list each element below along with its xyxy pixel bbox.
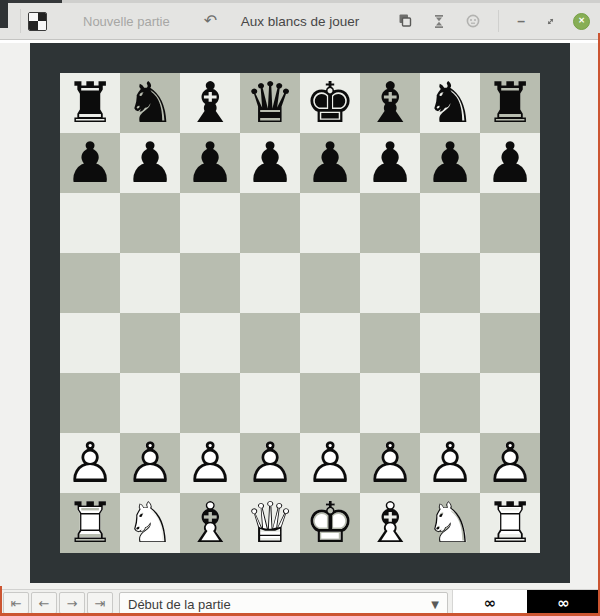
square-f1[interactable]: ♝♗ (360, 493, 420, 553)
square-c3[interactable] (180, 373, 240, 433)
square-g2[interactable]: ♟♙ (420, 433, 480, 493)
square-f8[interactable]: ♝ (360, 73, 420, 133)
square-b4[interactable] (120, 313, 180, 373)
square-d7[interactable]: ♟ (240, 133, 300, 193)
square-h6[interactable] (480, 193, 540, 253)
square-a4[interactable] (60, 313, 120, 373)
titlebar: Nouvelle partie ↶ Aux blancs de jouer (0, 3, 600, 40)
square-h5[interactable] (480, 253, 540, 313)
square-c7[interactable]: ♟ (180, 133, 240, 193)
square-a2[interactable]: ♟♙ (60, 433, 120, 493)
square-f6[interactable] (360, 193, 420, 253)
square-f3[interactable] (360, 373, 420, 433)
black-pawn[interactable]: ♟ (240, 133, 300, 193)
new-game-button[interactable]: Nouvelle partie (81, 10, 172, 33)
square-h4[interactable] (480, 313, 540, 373)
square-a6[interactable] (60, 193, 120, 253)
square-d1[interactable]: ♛♕ (240, 493, 300, 553)
next-move-button[interactable]: → (59, 592, 85, 614)
black-pawn[interactable]: ♟ (120, 133, 180, 193)
square-a8[interactable]: ♜ (60, 73, 120, 133)
square-h2[interactable]: ♟♙ (480, 433, 540, 493)
chess-board[interactable]: ♜♞♝♛♚♝♞♜♟♟♟♟♟♟♟♟♟♙♟♙♟♙♟♙♟♙♟♙♟♙♟♙♜♖♞♘♝♗♛♕… (60, 73, 540, 553)
white-bishop[interactable]: ♗ (360, 493, 420, 553)
duplicate-window-icon[interactable] (395, 11, 415, 31)
black-king[interactable]: ♚ (300, 73, 360, 133)
black-pawn[interactable]: ♟ (360, 133, 420, 193)
app-checkerboard-icon (28, 12, 47, 31)
restore-button[interactable] (543, 14, 558, 29)
white-bishop[interactable]: ♗ (180, 493, 240, 553)
square-g6[interactable] (420, 193, 480, 253)
minimize-button[interactable]: – (514, 12, 528, 30)
hourglass-glyph (432, 14, 446, 29)
square-h3[interactable] (480, 373, 540, 433)
white-pawn[interactable]: ♙ (240, 433, 300, 493)
white-pawn[interactable]: ♙ (480, 433, 540, 493)
square-e4[interactable] (300, 313, 360, 373)
square-b2[interactable]: ♟♙ (120, 433, 180, 493)
board-frame: ♜♞♝♛♚♝♞♜♟♟♟♟♟♟♟♟♟♙♟♙♟♙♟♙♟♙♟♙♟♙♟♙♜♖♞♘♝♗♛♕… (30, 43, 570, 583)
first-move-button[interactable]: ⇤ (3, 592, 29, 614)
square-e5[interactable] (300, 253, 360, 313)
white-king[interactable]: ♔ (300, 493, 360, 553)
square-c1[interactable]: ♝♗ (180, 493, 240, 553)
square-b8[interactable]: ♞ (120, 73, 180, 133)
square-d4[interactable] (240, 313, 300, 373)
history-bar: ⇤ ← → ⇥ Début de la partie ▼ ∞ ∞ (0, 589, 600, 616)
square-h8[interactable]: ♜ (480, 73, 540, 133)
duplicate-window-glyph (397, 13, 413, 29)
background-window-fragment-left (0, 0, 8, 28)
black-pawn[interactable]: ♟ (420, 133, 480, 193)
face-glyph (465, 13, 481, 29)
square-c8[interactable]: ♝ (180, 73, 240, 133)
move-history-selected: Début de la partie (128, 597, 231, 612)
square-e2[interactable]: ♟♙ (300, 433, 360, 493)
square-e8[interactable]: ♚ (300, 73, 360, 133)
square-d2[interactable]: ♟♙ (240, 433, 300, 493)
square-h1[interactable]: ♜♖ (480, 493, 540, 553)
restore-glyph (545, 16, 556, 27)
window-controls-separator (498, 10, 499, 32)
square-c5[interactable] (180, 253, 240, 313)
titlebar-right-controls: – ✕ (395, 10, 590, 32)
black-pawn[interactable]: ♟ (480, 133, 540, 193)
square-g3[interactable] (420, 373, 480, 433)
white-rook[interactable]: ♖ (480, 493, 540, 553)
square-e1[interactable]: ♚♔ (300, 493, 360, 553)
previous-move-button[interactable]: ← (31, 592, 57, 614)
square-g1[interactable]: ♞♘ (420, 493, 480, 553)
square-g7[interactable]: ♟ (420, 133, 480, 193)
square-c6[interactable] (180, 193, 240, 253)
white-pawn[interactable]: ♙ (360, 433, 420, 493)
square-g5[interactable] (420, 253, 480, 313)
square-g8[interactable]: ♞ (420, 73, 480, 133)
black-rook[interactable]: ♜ (60, 73, 120, 133)
undo-move-icon[interactable]: ↶ (202, 11, 219, 31)
black-pawn[interactable]: ♟ (60, 133, 120, 193)
last-move-button[interactable]: ⇥ (87, 592, 113, 614)
square-a1[interactable]: ♜♖ (60, 493, 120, 553)
hourglass-timer-icon[interactable] (430, 12, 448, 31)
window-border-left (0, 586, 2, 616)
white-knight[interactable]: ♘ (420, 493, 480, 553)
square-b6[interactable] (120, 193, 180, 253)
square-a3[interactable] (60, 373, 120, 433)
square-e3[interactable] (300, 373, 360, 433)
square-f7[interactable]: ♟ (360, 133, 420, 193)
black-rook[interactable]: ♜ (480, 73, 540, 133)
white-pawn[interactable]: ♙ (420, 433, 480, 493)
white-queen[interactable]: ♕ (240, 493, 300, 553)
square-c2[interactable]: ♟♙ (180, 433, 240, 493)
titlebar-separator (20, 9, 21, 33)
face-icon[interactable] (463, 11, 483, 31)
square-b3[interactable] (120, 373, 180, 433)
white-knight[interactable]: ♘ (120, 493, 180, 553)
square-b1[interactable]: ♞♘ (120, 493, 180, 553)
square-a5[interactable] (60, 253, 120, 313)
white-pawn[interactable]: ♙ (60, 433, 120, 493)
close-button[interactable]: ✕ (573, 13, 590, 30)
square-a7[interactable]: ♟ (60, 133, 120, 193)
square-d5[interactable] (240, 253, 300, 313)
white-pawn[interactable]: ♙ (180, 433, 240, 493)
white-rook[interactable]: ♖ (60, 493, 120, 553)
white-pawn[interactable]: ♙ (300, 433, 360, 493)
square-d6[interactable] (240, 193, 300, 253)
white-pawn[interactable]: ♙ (120, 433, 180, 493)
black-knight[interactable]: ♞ (420, 73, 480, 133)
square-e6[interactable] (300, 193, 360, 253)
square-f4[interactable] (360, 313, 420, 373)
chess-app-window: Nouvelle partie ↶ Aux blancs de jouer (0, 0, 600, 616)
dropdown-arrow-icon: ▼ (431, 599, 439, 610)
black-bishop[interactable]: ♝ (360, 73, 420, 133)
square-d8[interactable]: ♛ (240, 73, 300, 133)
square-c4[interactable] (180, 313, 240, 373)
black-queen[interactable]: ♛ (240, 73, 300, 133)
black-pawn[interactable]: ♟ (180, 133, 240, 193)
square-g4[interactable] (420, 313, 480, 373)
square-b5[interactable] (120, 253, 180, 313)
square-b7[interactable]: ♟ (120, 133, 180, 193)
window-title: Aux blancs de jouer (241, 14, 360, 29)
black-bishop[interactable]: ♝ (180, 73, 240, 133)
square-h7[interactable]: ♟ (480, 133, 540, 193)
square-e7[interactable]: ♟ (300, 133, 360, 193)
main-content: ♜♞♝♛♚♝♞♜♟♟♟♟♟♟♟♟♟♙♟♙♟♙♟♙♟♙♟♙♟♙♟♙♜♖♞♘♝♗♛♕… (0, 43, 600, 589)
black-pawn[interactable]: ♟ (300, 133, 360, 193)
black-knight[interactable]: ♞ (120, 73, 180, 133)
square-d3[interactable] (240, 373, 300, 433)
square-f5[interactable] (360, 253, 420, 313)
square-f2[interactable]: ♟♙ (360, 433, 420, 493)
